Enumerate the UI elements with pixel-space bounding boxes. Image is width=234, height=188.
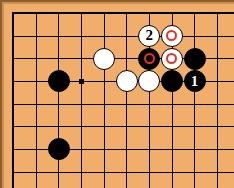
intersection[interactable] — [47, 138, 70, 161]
intersection[interactable] — [47, 25, 70, 48]
white-stone — [116, 70, 138, 92]
stones-grid: 21 — [2, 2, 229, 183]
intersection[interactable]: 2 — [138, 25, 161, 48]
star-point — [79, 79, 84, 84]
intersection[interactable] — [115, 115, 138, 138]
intersection[interactable] — [206, 115, 229, 138]
black-stone — [161, 70, 183, 92]
intersection[interactable] — [2, 93, 25, 116]
intersection[interactable] — [93, 70, 116, 93]
black-stone: 1 — [184, 70, 206, 92]
intersection[interactable] — [183, 115, 206, 138]
intersection[interactable] — [183, 47, 206, 70]
intersection[interactable] — [206, 138, 229, 161]
intersection[interactable] — [206, 2, 229, 25]
intersection[interactable] — [115, 25, 138, 48]
intersection[interactable] — [2, 138, 25, 161]
intersection[interactable] — [93, 161, 116, 184]
intersection[interactable] — [115, 93, 138, 116]
intersection[interactable] — [183, 93, 206, 116]
intersection[interactable] — [161, 115, 184, 138]
intersection[interactable] — [183, 138, 206, 161]
intersection[interactable] — [183, 2, 206, 25]
intersection[interactable] — [161, 138, 184, 161]
circle-marker-icon — [166, 30, 177, 41]
intersection[interactable] — [138, 93, 161, 116]
intersection[interactable] — [93, 93, 116, 116]
intersection[interactable]: 1 — [183, 70, 206, 93]
intersection[interactable] — [115, 70, 138, 93]
intersection[interactable] — [2, 70, 25, 93]
intersection[interactable] — [183, 25, 206, 48]
white-stone — [138, 70, 160, 92]
intersection[interactable] — [93, 138, 116, 161]
intersection[interactable] — [161, 70, 184, 93]
intersection[interactable] — [206, 93, 229, 116]
intersection[interactable] — [70, 161, 93, 184]
intersection[interactable] — [47, 70, 70, 93]
white-stone — [93, 48, 115, 70]
intersection[interactable] — [161, 93, 184, 116]
intersection[interactable] — [2, 161, 25, 184]
intersection[interactable] — [47, 93, 70, 116]
intersection[interactable] — [25, 161, 48, 184]
intersection[interactable] — [138, 2, 161, 25]
intersection[interactable] — [2, 115, 25, 138]
intersection[interactable] — [25, 138, 48, 161]
intersection[interactable] — [138, 70, 161, 93]
intersection[interactable] — [161, 47, 184, 70]
intersection[interactable] — [70, 2, 93, 25]
intersection[interactable] — [2, 2, 25, 25]
go-board: 21 — [0, 0, 234, 188]
white-stone — [161, 48, 183, 70]
intersection[interactable] — [70, 70, 93, 93]
intersection[interactable] — [70, 93, 93, 116]
intersection[interactable] — [70, 138, 93, 161]
black-stone — [138, 48, 160, 70]
move-number: 1 — [191, 73, 199, 88]
intersection[interactable] — [206, 70, 229, 93]
intersection[interactable] — [2, 25, 25, 48]
move-number: 2 — [146, 28, 154, 43]
intersection[interactable] — [70, 25, 93, 48]
intersection[interactable] — [138, 115, 161, 138]
intersection[interactable] — [93, 115, 116, 138]
intersection[interactable] — [161, 161, 184, 184]
circle-marker-icon — [144, 53, 155, 64]
intersection[interactable] — [93, 25, 116, 48]
intersection[interactable] — [47, 115, 70, 138]
intersection[interactable] — [161, 25, 184, 48]
black-stone — [48, 70, 70, 92]
white-stone — [161, 25, 183, 47]
intersection[interactable] — [47, 47, 70, 70]
intersection[interactable] — [93, 47, 116, 70]
intersection[interactable] — [206, 25, 229, 48]
intersection[interactable] — [25, 47, 48, 70]
intersection[interactable] — [25, 25, 48, 48]
intersection[interactable] — [25, 115, 48, 138]
intersection[interactable] — [25, 2, 48, 25]
intersection[interactable] — [47, 2, 70, 25]
circle-marker-icon — [166, 53, 177, 64]
intersection[interactable] — [183, 161, 206, 184]
black-stone — [184, 48, 206, 70]
intersection[interactable] — [138, 47, 161, 70]
intersection[interactable] — [115, 47, 138, 70]
intersection[interactable] — [115, 138, 138, 161]
intersection[interactable] — [70, 115, 93, 138]
white-stone: 2 — [138, 25, 160, 47]
intersection[interactable] — [70, 47, 93, 70]
intersection[interactable] — [206, 47, 229, 70]
intersection[interactable] — [25, 70, 48, 93]
intersection[interactable] — [206, 161, 229, 184]
intersection[interactable] — [93, 2, 116, 25]
intersection[interactable] — [161, 2, 184, 25]
intersection[interactable] — [2, 47, 25, 70]
intersection[interactable] — [138, 161, 161, 184]
intersection[interactable] — [25, 93, 48, 116]
intersection[interactable] — [115, 161, 138, 184]
black-stone — [48, 138, 70, 160]
intersection[interactable] — [138, 138, 161, 161]
intersection[interactable] — [115, 2, 138, 25]
intersection[interactable] — [47, 161, 70, 184]
